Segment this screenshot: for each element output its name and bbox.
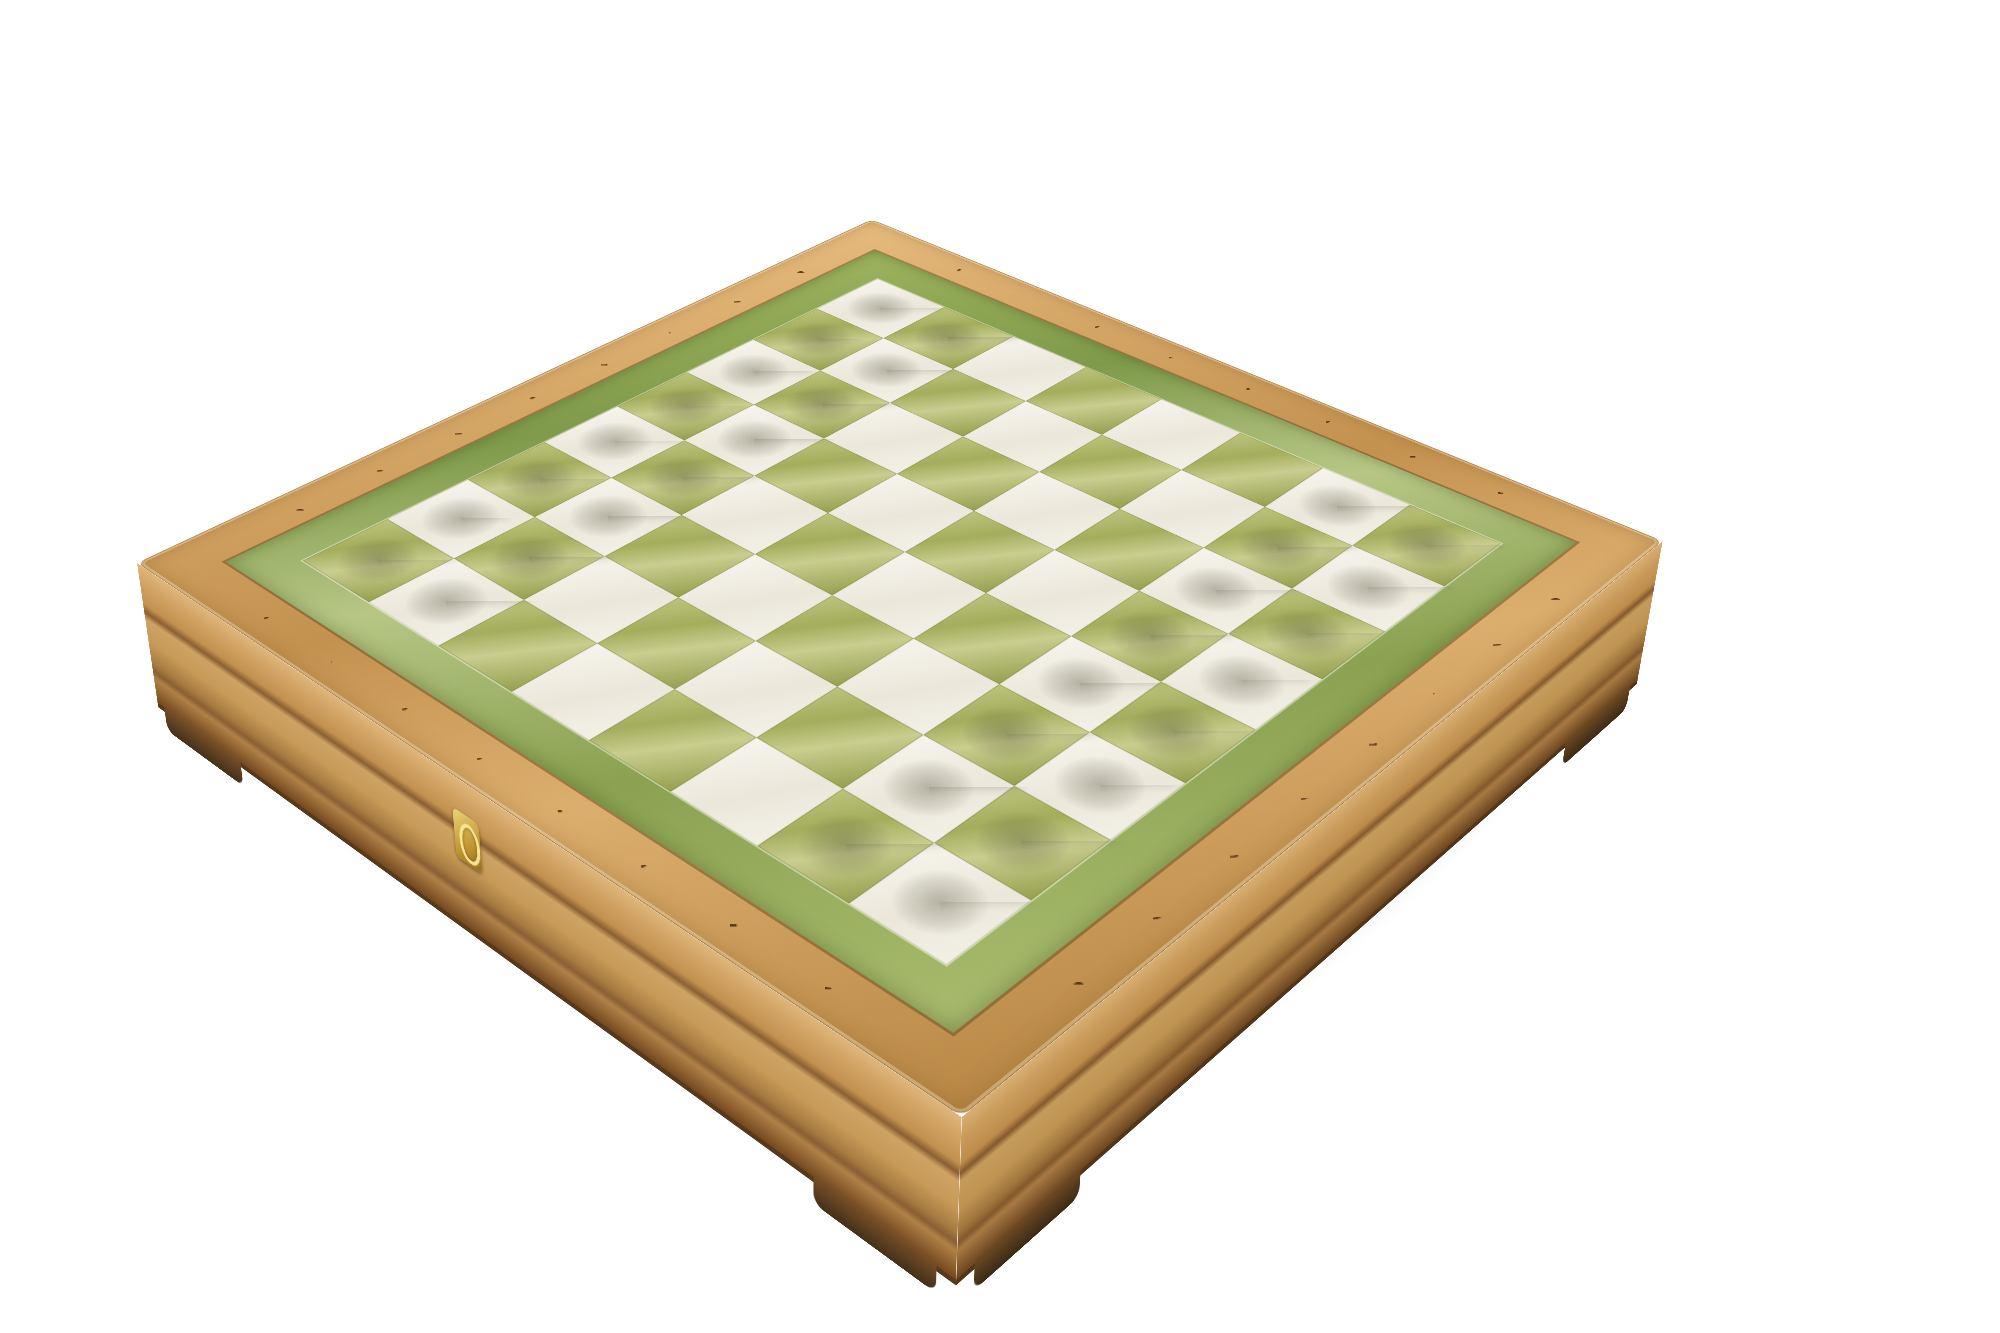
box-foot — [974, 1166, 1081, 1290]
box-foot — [1562, 683, 1631, 767]
board-box: AABBCCDDEEFFGGHH8877665544332211 ♜♞♝♚♛♝♞… — [137, 220, 1663, 1117]
box-foot — [813, 1173, 936, 1293]
box-foot — [164, 704, 244, 787]
scene: AABBCCDDEEFFGGHH8877665544332211 ♜♞♝♚♛♝♞… — [0, 0, 2000, 1333]
brass-clasp[interactable] — [452, 807, 482, 875]
